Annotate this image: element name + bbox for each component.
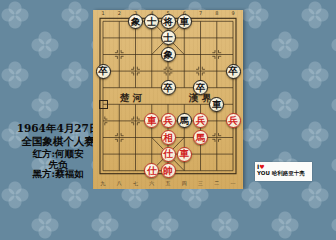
watermark: I♥ YOU 哈利路亚十亮 <box>255 162 312 181</box>
file-label-bottom: 一 <box>231 181 236 186</box>
piece-black-pawn[interactable]: 卒 <box>96 64 111 79</box>
file-label-bottom: 五 <box>166 181 171 186</box>
piece-black-elephant[interactable]: 象 <box>128 14 143 29</box>
piece-red-advisor[interactable]: 仕 <box>161 147 176 162</box>
file-label-bottom: 四 <box>182 181 187 186</box>
last-move-marker <box>99 100 108 109</box>
xiangqi-board: 楚 河 漢 界 象士将車士象卒卒卒卒車馬車兵兵兵相馬仕車仕帥 123456789… <box>93 10 243 189</box>
piece-red-pawn[interactable]: 兵 <box>193 113 208 128</box>
piece-red-rook[interactable]: 車 <box>144 113 159 128</box>
piece-red-elephant[interactable]: 相 <box>161 130 176 145</box>
piece-black-advisor[interactable]: 士 <box>144 14 159 29</box>
piece-red-pawn[interactable]: 兵 <box>226 113 241 128</box>
file-label-top: 2 <box>118 11 121 16</box>
piece-black-rook[interactable]: 車 <box>177 14 192 29</box>
piece-black-advisor[interactable]: 士 <box>161 30 176 45</box>
file-label-bottom: 九 <box>101 181 106 186</box>
piece-red-knight[interactable]: 馬 <box>193 130 208 145</box>
heart-icon: ♥ <box>259 163 264 170</box>
watermark-text: YOU 哈利路亚十亮 <box>257 170 310 177</box>
file-label-bottom: 二 <box>214 181 219 186</box>
piece-black-elephant[interactable]: 象 <box>161 47 176 62</box>
piece-red-advisor[interactable]: 仕 <box>144 163 159 178</box>
piece-black-pawn[interactable]: 卒 <box>226 64 241 79</box>
file-label-top: 1 <box>101 11 104 16</box>
file-label-bottom: 七 <box>133 181 138 186</box>
piece-black-knight[interactable]: 馬 <box>177 113 192 128</box>
file-label-top: 9 <box>231 11 234 16</box>
file-label-bottom: 六 <box>149 181 154 186</box>
board-grid[interactable]: 象士将車士象卒卒卒卒車馬車兵兵兵相馬仕車仕帥 <box>95 13 241 179</box>
piece-black-king[interactable]: 将 <box>161 14 176 29</box>
file-label-bottom: 八 <box>117 181 122 186</box>
piece-red-pawn[interactable]: 兵 <box>161 113 176 128</box>
piece-red-king[interactable]: 帥 <box>161 163 176 178</box>
piece-black-rook[interactable]: 車 <box>209 97 224 112</box>
piece-black-pawn[interactable]: 卒 <box>193 80 208 95</box>
piece-red-rook[interactable]: 車 <box>177 147 192 162</box>
file-label-top: 7 <box>199 11 202 16</box>
file-label-top: 8 <box>215 11 218 16</box>
piece-black-pawn[interactable]: 卒 <box>161 80 176 95</box>
file-label-bottom: 三 <box>198 181 203 186</box>
